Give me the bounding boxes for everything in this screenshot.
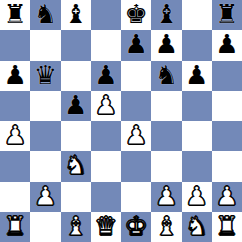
square-d1[interactable]: ♛: [91, 212, 121, 242]
square-c2[interactable]: [61, 182, 91, 212]
square-e1[interactable]: ♚: [121, 212, 151, 242]
piece-black-bishop[interactable]: ♝: [155, 1, 178, 27]
square-h6[interactable]: [212, 61, 242, 91]
square-h8[interactable]: ♜: [212, 0, 242, 30]
square-c6[interactable]: [61, 61, 91, 91]
square-c1[interactable]: ♝: [61, 212, 91, 242]
piece-white-knight[interactable]: ♞: [185, 213, 208, 239]
piece-black-pawn[interactable]: ♟: [124, 31, 147, 57]
piece-white-pawn[interactable]: ♟: [215, 183, 238, 209]
square-f4[interactable]: [151, 121, 181, 151]
square-b6[interactable]: ♛: [30, 61, 60, 91]
square-f1[interactable]: ♝: [151, 212, 181, 242]
square-d4[interactable]: [91, 121, 121, 151]
square-c4[interactable]: [61, 121, 91, 151]
square-b1[interactable]: [30, 212, 60, 242]
square-d5[interactable]: ♟: [91, 91, 121, 121]
piece-black-pawn[interactable]: ♟: [215, 31, 238, 57]
square-e2[interactable]: [121, 182, 151, 212]
square-e3[interactable]: [121, 151, 151, 181]
piece-white-pawn[interactable]: ♟: [3, 122, 26, 148]
square-a6[interactable]: ♟: [0, 61, 30, 91]
square-d3[interactable]: [91, 151, 121, 181]
square-g3[interactable]: [182, 151, 212, 181]
piece-white-pawn[interactable]: ♟: [94, 92, 117, 118]
square-g7[interactable]: [182, 30, 212, 60]
square-c5[interactable]: ♟: [61, 91, 91, 121]
square-a7[interactable]: [0, 30, 30, 60]
chess-board-container: ♜♞♝♚♝♜♟♟♟♟♛♟♞♟♟♟♟♟♞♟♟♟♟♜♝♛♚♝♞♜: [0, 0, 242, 242]
square-a8[interactable]: ♜: [0, 0, 30, 30]
square-e8[interactable]: ♚: [121, 0, 151, 30]
square-b4[interactable]: [30, 121, 60, 151]
piece-white-king[interactable]: ♚: [124, 213, 147, 239]
square-b5[interactable]: [30, 91, 60, 121]
square-b7[interactable]: [30, 30, 60, 60]
square-h2[interactable]: ♟: [212, 182, 242, 212]
square-h4[interactable]: [212, 121, 242, 151]
piece-white-bishop[interactable]: ♝: [155, 213, 178, 239]
piece-black-king[interactable]: ♚: [124, 1, 147, 27]
square-f3[interactable]: [151, 151, 181, 181]
square-f7[interactable]: ♟: [151, 30, 181, 60]
piece-black-pawn[interactable]: ♟: [3, 62, 26, 88]
piece-black-pawn[interactable]: ♟: [185, 62, 208, 88]
square-c8[interactable]: ♝: [61, 0, 91, 30]
square-e4[interactable]: ♟: [121, 121, 151, 151]
piece-black-queen[interactable]: ♛: [34, 62, 57, 88]
piece-black-pawn[interactable]: ♟: [155, 31, 178, 57]
square-a5[interactable]: [0, 91, 30, 121]
square-d8[interactable]: [91, 0, 121, 30]
square-b2[interactable]: ♟: [30, 182, 60, 212]
square-f6[interactable]: ♞: [151, 61, 181, 91]
square-f5[interactable]: [151, 91, 181, 121]
square-f8[interactable]: ♝: [151, 0, 181, 30]
square-h3[interactable]: [212, 151, 242, 181]
piece-black-pawn[interactable]: ♟: [64, 92, 87, 118]
square-d6[interactable]: ♟: [91, 61, 121, 91]
piece-white-rook[interactable]: ♜: [3, 213, 26, 239]
square-c3[interactable]: ♞: [61, 151, 91, 181]
square-f2[interactable]: ♟: [151, 182, 181, 212]
piece-white-rook[interactable]: ♜: [215, 213, 238, 239]
piece-white-queen[interactable]: ♛: [94, 213, 117, 239]
piece-white-pawn[interactable]: ♟: [185, 183, 208, 209]
square-g1[interactable]: ♞: [182, 212, 212, 242]
square-g8[interactable]: [182, 0, 212, 30]
piece-black-bishop[interactable]: ♝: [64, 1, 87, 27]
square-g2[interactable]: ♟: [182, 182, 212, 212]
piece-black-pawn[interactable]: ♟: [94, 62, 117, 88]
square-h5[interactable]: [212, 91, 242, 121]
piece-black-rook[interactable]: ♜: [215, 1, 238, 27]
square-a2[interactable]: [0, 182, 30, 212]
piece-black-knight[interactable]: ♞: [155, 62, 178, 88]
square-b8[interactable]: ♞: [30, 0, 60, 30]
piece-white-pawn[interactable]: ♟: [34, 183, 57, 209]
square-d7[interactable]: [91, 30, 121, 60]
square-a1[interactable]: ♜: [0, 212, 30, 242]
piece-black-knight[interactable]: ♞: [34, 1, 57, 27]
piece-white-pawn[interactable]: ♟: [124, 122, 147, 148]
square-c7[interactable]: [61, 30, 91, 60]
piece-white-pawn[interactable]: ♟: [155, 183, 178, 209]
square-b3[interactable]: [30, 151, 60, 181]
square-e7[interactable]: ♟: [121, 30, 151, 60]
square-e5[interactable]: [121, 91, 151, 121]
square-g4[interactable]: [182, 121, 212, 151]
square-g6[interactable]: ♟: [182, 61, 212, 91]
square-h7[interactable]: ♟: [212, 30, 242, 60]
square-e6[interactable]: [121, 61, 151, 91]
piece-white-bishop[interactable]: ♝: [64, 213, 87, 239]
square-a3[interactable]: [0, 151, 30, 181]
square-h1[interactable]: ♜: [212, 212, 242, 242]
square-g5[interactable]: [182, 91, 212, 121]
piece-black-rook[interactable]: ♜: [3, 1, 26, 27]
piece-white-knight[interactable]: ♞: [64, 152, 87, 178]
square-d2[interactable]: [91, 182, 121, 212]
chess-board: ♜♞♝♚♝♜♟♟♟♟♛♟♞♟♟♟♟♟♞♟♟♟♟♜♝♛♚♝♞♜: [0, 0, 242, 242]
square-a4[interactable]: ♟: [0, 121, 30, 151]
